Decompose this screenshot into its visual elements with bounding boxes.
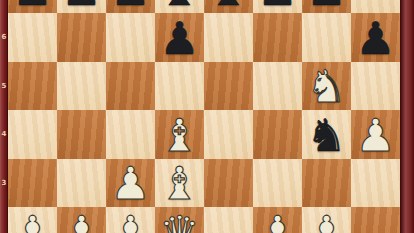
rank-label-6: 6 [0,34,8,41]
square-c5[interactable] [106,62,155,111]
square-g5[interactable]: ♞ [302,62,351,111]
square-d6[interactable]: ♟ [155,13,204,62]
chess-board-screenshot: ♟♟♟♝♝♟♟♟♟♞♝♞♟♟♝♟♟♟♛♟♟ 6543 [0,0,414,233]
square-h6[interactable]: ♟ [351,13,400,62]
square-a2[interactable]: ♟ [8,207,57,233]
square-e4[interactable] [204,110,253,159]
white-knight-g5[interactable]: ♞ [302,63,351,112]
chess-board: ♟♟♟♝♝♟♟♟♟♞♝♞♟♟♝♟♟♟♛♟♟ [8,0,400,233]
white-pawn-c3[interactable]: ♟ [106,160,155,209]
square-f6[interactable] [253,13,302,62]
white-pawn-b2[interactable]: ♟ [57,208,106,233]
square-c3[interactable]: ♟ [106,159,155,208]
square-h2[interactable] [351,207,400,233]
rank-label-3: 3 [0,179,8,186]
square-a6[interactable] [8,13,57,62]
black-pawn-h6[interactable]: ♟ [351,14,400,63]
square-a5[interactable] [8,62,57,111]
square-a7[interactable]: ♟ [8,0,57,13]
square-b4[interactable] [57,110,106,159]
square-h3[interactable] [351,159,400,208]
square-b6[interactable] [57,13,106,62]
black-pawn-b7[interactable]: ♟ [57,0,106,14]
square-g6[interactable] [302,13,351,62]
black-pawn-d6[interactable]: ♟ [155,14,204,63]
square-f3[interactable] [253,159,302,208]
black-bishop-e7[interactable]: ♝ [204,0,253,14]
square-e2[interactable] [204,207,253,233]
square-c2[interactable]: ♟ [106,207,155,233]
rank-label-4: 4 [0,131,8,138]
square-g4[interactable]: ♞ [302,110,351,159]
square-b3[interactable] [57,159,106,208]
square-g7[interactable]: ♟ [302,0,351,13]
black-pawn-f7[interactable]: ♟ [253,0,302,14]
board-frame-right [400,0,414,233]
rank-label-5: 5 [0,82,8,89]
black-pawn-g7[interactable]: ♟ [302,0,351,14]
square-c4[interactable] [106,110,155,159]
white-pawn-f2[interactable]: ♟ [253,208,302,233]
square-f7[interactable]: ♟ [253,0,302,13]
white-queen-d2[interactable]: ♛ [155,208,204,233]
square-d5[interactable] [155,62,204,111]
white-pawn-a2[interactable]: ♟ [8,208,57,233]
square-d3[interactable]: ♝ [155,159,204,208]
white-pawn-c2[interactable]: ♟ [106,208,155,233]
square-g3[interactable] [302,159,351,208]
square-b2[interactable]: ♟ [57,207,106,233]
square-f4[interactable] [253,110,302,159]
square-h4[interactable]: ♟ [351,110,400,159]
square-e6[interactable] [204,13,253,62]
square-f5[interactable] [253,62,302,111]
square-g2[interactable]: ♟ [302,207,351,233]
square-a4[interactable] [8,110,57,159]
square-e7[interactable]: ♝ [204,0,253,13]
square-c6[interactable] [106,13,155,62]
square-d4[interactable]: ♝ [155,110,204,159]
square-e3[interactable] [204,159,253,208]
white-bishop-d3[interactable]: ♝ [155,160,204,209]
black-pawn-a7[interactable]: ♟ [8,0,57,14]
square-e5[interactable] [204,62,253,111]
square-f2[interactable]: ♟ [253,207,302,233]
square-h5[interactable] [351,62,400,111]
white-pawn-g2[interactable]: ♟ [302,208,351,233]
square-a3[interactable] [8,159,57,208]
square-c7[interactable]: ♟ [106,0,155,13]
square-d2[interactable]: ♛ [155,207,204,233]
square-b7[interactable]: ♟ [57,0,106,13]
white-bishop-d4[interactable]: ♝ [155,111,204,160]
square-b5[interactable] [57,62,106,111]
white-pawn-h4[interactable]: ♟ [351,111,400,160]
black-knight-g4[interactable]: ♞ [302,111,351,160]
black-pawn-c7[interactable]: ♟ [106,0,155,14]
